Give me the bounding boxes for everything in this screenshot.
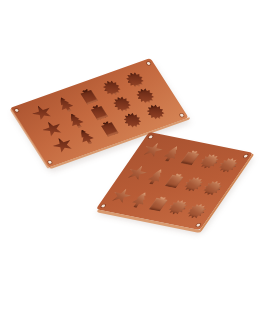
gift-cavity-shape <box>99 120 120 138</box>
tree-cavity-shape <box>74 127 98 146</box>
snowflake-cavity-shape <box>121 111 145 130</box>
product-photo <box>0 0 272 310</box>
snowflake-cavity-shape <box>144 102 168 121</box>
